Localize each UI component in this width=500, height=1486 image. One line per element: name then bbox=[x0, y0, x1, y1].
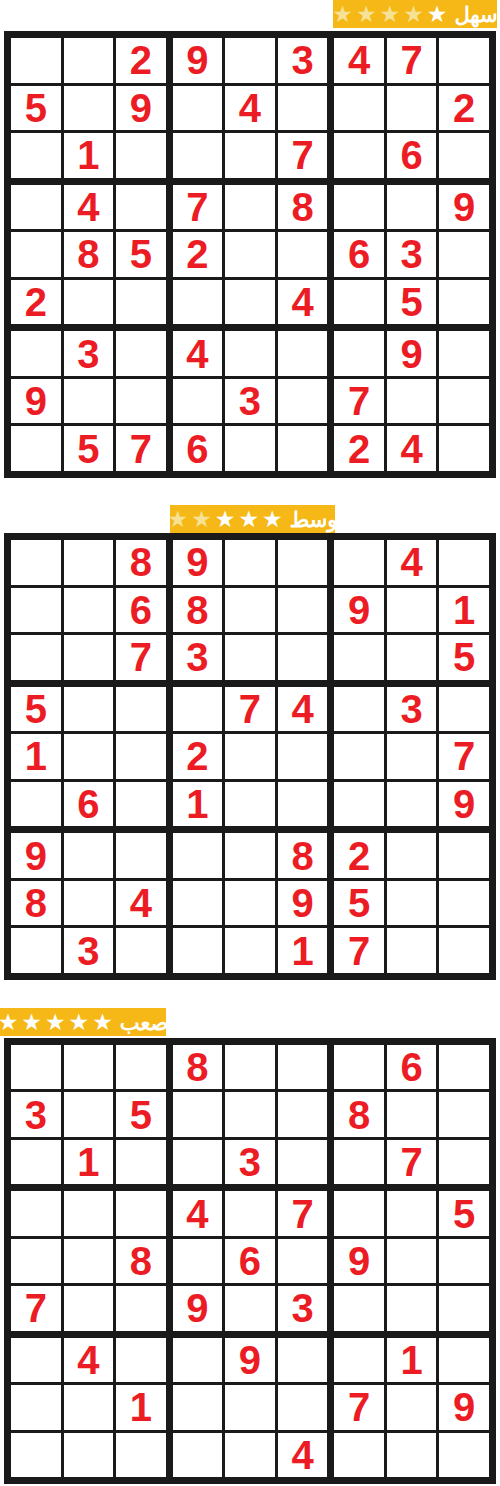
cell-r3c8: 6 bbox=[387, 133, 437, 178]
cell-r4c3[interactable] bbox=[116, 185, 166, 230]
cell-r8c3[interactable] bbox=[116, 379, 166, 424]
box-1-2: 983 bbox=[173, 540, 328, 680]
given-digit: 4 bbox=[186, 1194, 208, 1234]
cell-r2c4[interactable] bbox=[173, 86, 223, 131]
cell-r3c9[interactable] bbox=[439, 1140, 489, 1184]
cell-r3c7[interactable] bbox=[334, 133, 384, 178]
cell-r8c6[interactable] bbox=[278, 1385, 328, 1429]
given-digit: 4 bbox=[401, 429, 423, 469]
cell-r5c5[interactable] bbox=[225, 734, 275, 779]
cell-r8c4[interactable] bbox=[173, 881, 223, 926]
cell-r9c9[interactable] bbox=[439, 928, 489, 973]
box-2-1: 4852 bbox=[11, 185, 166, 325]
given-digit: 3 bbox=[401, 234, 423, 274]
cell-r6c5[interactable] bbox=[225, 280, 275, 325]
box-1-1: 867 bbox=[11, 540, 166, 680]
cell-r3c9[interactable] bbox=[439, 133, 489, 178]
cell-r7c7[interactable] bbox=[334, 331, 384, 376]
cell-r5c4: 2 bbox=[173, 232, 223, 277]
cell-r2c9: 1 bbox=[439, 588, 489, 633]
cell-r1c7[interactable] bbox=[334, 540, 384, 585]
cell-r8c9[interactable] bbox=[439, 379, 489, 424]
cell-r3c2[interactable] bbox=[64, 635, 114, 680]
cell-r2c5[interactable] bbox=[225, 1092, 275, 1136]
cell-r2c5[interactable] bbox=[225, 588, 275, 633]
cell-r7c2: 4 bbox=[64, 1338, 114, 1382]
cell-r3c9: 5 bbox=[439, 635, 489, 680]
cell-r7c6[interactable] bbox=[278, 331, 328, 376]
given-digit: 4 bbox=[291, 1435, 313, 1475]
given-digit: 9 bbox=[25, 381, 47, 421]
cell-r2c1: 3 bbox=[11, 1092, 61, 1136]
given-digit: 5 bbox=[130, 234, 152, 274]
cell-r8c4[interactable] bbox=[173, 379, 223, 424]
cell-r3c8: 7 bbox=[387, 1140, 437, 1184]
cell-r5c6[interactable] bbox=[278, 1239, 328, 1283]
cell-r5c2[interactable] bbox=[64, 734, 114, 779]
cell-r7c3[interactable] bbox=[116, 833, 166, 878]
cell-r4c4[interactable] bbox=[173, 687, 223, 732]
given-digit: 4 bbox=[77, 1340, 99, 1380]
given-digit: 3 bbox=[291, 1288, 313, 1328]
cell-r9c4[interactable] bbox=[173, 928, 223, 973]
cell-r7c5: 9 bbox=[225, 1338, 275, 1382]
box-2-3: 9635 bbox=[334, 185, 489, 325]
cell-r5c1[interactable] bbox=[11, 1239, 61, 1283]
given-digit: 1 bbox=[25, 736, 47, 776]
cell-r6c6[interactable] bbox=[278, 782, 328, 827]
cell-r7c6[interactable] bbox=[278, 1338, 328, 1382]
cell-r8c6[interactable] bbox=[278, 379, 328, 424]
cell-r8c1: 8 bbox=[11, 881, 61, 926]
star-icon: ★ bbox=[262, 508, 283, 531]
cell-r2c8[interactable] bbox=[387, 86, 437, 131]
cell-r2c9[interactable] bbox=[439, 1092, 489, 1136]
box-2-1: 87 bbox=[11, 1191, 166, 1330]
cell-r2c5: 4 bbox=[225, 86, 275, 131]
box-3-3: 179 bbox=[334, 1338, 489, 1477]
cell-r7c2[interactable] bbox=[64, 833, 114, 878]
cell-r3c1[interactable] bbox=[11, 1140, 61, 1184]
cell-r5c1[interactable] bbox=[11, 232, 61, 277]
cell-r4c1[interactable] bbox=[11, 185, 61, 230]
cell-r8c9[interactable] bbox=[439, 881, 489, 926]
cell-r5c8[interactable] bbox=[387, 1239, 437, 1283]
cell-r4c6: 4 bbox=[278, 687, 328, 732]
box-3-1: 9843 bbox=[11, 833, 166, 973]
box-2-2: 7824 bbox=[173, 185, 328, 325]
star-icon: ★ bbox=[168, 508, 189, 531]
cell-r4c5[interactable] bbox=[225, 185, 275, 230]
star-icon: ★ bbox=[403, 3, 424, 26]
cell-r2c8[interactable] bbox=[387, 588, 437, 633]
cell-r6c2: 6 bbox=[64, 782, 114, 827]
cell-r8c6: 9 bbox=[278, 881, 328, 926]
cell-r1c2[interactable] bbox=[64, 38, 114, 83]
box-3-2: 436 bbox=[173, 331, 328, 471]
cell-r8c8[interactable] bbox=[387, 881, 437, 926]
cell-r8c4[interactable] bbox=[173, 1385, 223, 1429]
cell-r8c5[interactable] bbox=[225, 1385, 275, 1429]
cell-r2c1[interactable] bbox=[11, 588, 61, 633]
cell-r1c2[interactable] bbox=[64, 540, 114, 585]
cell-r5c7: 9 bbox=[334, 1239, 384, 1283]
cell-r6c9[interactable] bbox=[439, 1286, 489, 1330]
given-digit: 1 bbox=[130, 1387, 152, 1427]
cell-r2c1: 5 bbox=[11, 86, 61, 131]
given-digit: 1 bbox=[291, 931, 313, 971]
star-icon: ★ bbox=[45, 1011, 66, 1034]
given-digit: 9 bbox=[291, 883, 313, 923]
cell-r8c7: 5 bbox=[334, 881, 384, 926]
cell-r1c4: 9 bbox=[173, 38, 223, 83]
box-3-3: 257 bbox=[334, 833, 489, 973]
cell-r6c7[interactable] bbox=[334, 280, 384, 325]
cell-r9c2[interactable] bbox=[64, 1433, 114, 1477]
cell-r9c3[interactable] bbox=[116, 1433, 166, 1477]
given-digit: 3 bbox=[291, 40, 313, 80]
cell-r5c9[interactable] bbox=[439, 1239, 489, 1283]
given-digit: 4 bbox=[77, 187, 99, 227]
given-digit: 7 bbox=[291, 1194, 313, 1234]
given-digit: 6 bbox=[130, 590, 152, 630]
cell-r5c6[interactable] bbox=[278, 232, 328, 277]
cell-r3c6[interactable] bbox=[278, 1140, 328, 1184]
cell-r3c3[interactable] bbox=[116, 133, 166, 178]
cell-r2c7: 8 bbox=[334, 1092, 384, 1136]
cell-r4c3[interactable] bbox=[116, 687, 166, 732]
sudoku-board-hard: 351836878747693594194179 bbox=[4, 1038, 496, 1484]
cell-r7c3[interactable] bbox=[116, 1338, 166, 1382]
cell-r9c5[interactable] bbox=[225, 426, 275, 471]
given-digit: 8 bbox=[348, 1095, 370, 1135]
cell-r1c3[interactable] bbox=[116, 1045, 166, 1089]
cell-r3c1[interactable] bbox=[11, 635, 61, 680]
difficulty-banner-hard: ★★★★★ صعب bbox=[0, 1008, 166, 1036]
cell-r4c8[interactable] bbox=[387, 185, 437, 230]
cell-r4c5: 7 bbox=[225, 687, 275, 732]
cell-r3c5[interactable] bbox=[225, 133, 275, 178]
cell-r1c7[interactable] bbox=[334, 1045, 384, 1089]
given-digit: 8 bbox=[130, 1241, 152, 1281]
difficulty-banner-easy: ★★★★★ سهل bbox=[333, 0, 497, 28]
cell-r1c5[interactable] bbox=[225, 38, 275, 83]
cell-r8c8[interactable] bbox=[387, 379, 437, 424]
cell-r5c8[interactable] bbox=[387, 734, 437, 779]
given-digit: 2 bbox=[25, 282, 47, 322]
given-digit: 7 bbox=[25, 1288, 47, 1328]
cell-r4c8: 3 bbox=[387, 687, 437, 732]
box-3-2: 94 bbox=[173, 1338, 328, 1477]
cell-r1c9[interactable] bbox=[439, 1045, 489, 1089]
given-digit: 2 bbox=[186, 234, 208, 274]
box-3-2: 891 bbox=[173, 833, 328, 973]
cell-r1c3: 8 bbox=[116, 540, 166, 585]
given-digit: 2 bbox=[130, 40, 152, 80]
cell-r1c8: 4 bbox=[387, 540, 437, 585]
cell-r4c7[interactable] bbox=[334, 687, 384, 732]
cell-r3c4[interactable] bbox=[173, 133, 223, 178]
given-digit: 7 bbox=[130, 637, 152, 677]
cell-r7c2: 3 bbox=[64, 331, 114, 376]
cell-r5c7[interactable] bbox=[334, 734, 384, 779]
cell-r7c5[interactable] bbox=[225, 833, 275, 878]
given-digit: 2 bbox=[453, 88, 475, 128]
cell-r7c1[interactable] bbox=[11, 331, 61, 376]
box-2-3: 379 bbox=[334, 687, 489, 827]
box-1-1: 2591 bbox=[11, 38, 166, 178]
given-digit: 9 bbox=[348, 590, 370, 630]
cell-r4c6: 7 bbox=[278, 1191, 328, 1235]
given-digit: 6 bbox=[401, 135, 423, 175]
cell-r2c7[interactable] bbox=[334, 86, 384, 131]
given-digit: 9 bbox=[186, 1288, 208, 1328]
cell-r6c4[interactable] bbox=[173, 280, 223, 325]
cell-r3c1[interactable] bbox=[11, 133, 61, 178]
cell-r9c8[interactable] bbox=[387, 928, 437, 973]
cell-r2c2[interactable] bbox=[64, 1092, 114, 1136]
cell-r6c8: 5 bbox=[387, 280, 437, 325]
cell-r5c2[interactable] bbox=[64, 1239, 114, 1283]
box-1-1: 351 bbox=[11, 1045, 166, 1184]
given-digit: 8 bbox=[25, 883, 47, 923]
cell-r2c6[interactable] bbox=[278, 1092, 328, 1136]
given-digit: 9 bbox=[348, 1241, 370, 1281]
cell-r2c2[interactable] bbox=[64, 588, 114, 633]
star-icon: ★ bbox=[215, 508, 236, 531]
cell-r5c5[interactable] bbox=[225, 232, 275, 277]
cell-r7c1[interactable] bbox=[11, 1338, 61, 1382]
given-digit: 6 bbox=[186, 429, 208, 469]
given-digit: 4 bbox=[186, 334, 208, 374]
cell-r5c4: 2 bbox=[173, 734, 223, 779]
cell-r9c3[interactable] bbox=[116, 928, 166, 973]
cell-r4c6: 8 bbox=[278, 185, 328, 230]
cell-r6c3[interactable] bbox=[116, 1286, 166, 1330]
cell-r4c2[interactable] bbox=[64, 687, 114, 732]
cell-r7c7: 2 bbox=[334, 833, 384, 878]
given-digit: 5 bbox=[77, 429, 99, 469]
given-digit: 8 bbox=[186, 590, 208, 630]
given-digit: 9 bbox=[401, 334, 423, 374]
cell-r4c2[interactable] bbox=[64, 1191, 114, 1235]
cell-r7c1: 9 bbox=[11, 833, 61, 878]
given-digit: 5 bbox=[130, 1095, 152, 1135]
cell-r1c6[interactable] bbox=[278, 1045, 328, 1089]
given-digit: 5 bbox=[453, 637, 475, 677]
cell-r4c7[interactable] bbox=[334, 1191, 384, 1235]
cell-r9c2: 5 bbox=[64, 426, 114, 471]
cell-r7c9[interactable] bbox=[439, 833, 489, 878]
cell-r9c7: 2 bbox=[334, 426, 384, 471]
given-digit: 8 bbox=[77, 234, 99, 274]
cell-r6c7[interactable] bbox=[334, 1286, 384, 1330]
cell-r9c1[interactable] bbox=[11, 426, 61, 471]
star-icon: ★ bbox=[356, 3, 377, 26]
cell-r8c5[interactable] bbox=[225, 881, 275, 926]
cell-r4c9: 9 bbox=[439, 185, 489, 230]
cell-r9c6[interactable] bbox=[278, 426, 328, 471]
cell-r7c9[interactable] bbox=[439, 331, 489, 376]
given-digit: 5 bbox=[453, 1194, 475, 1234]
cell-r8c2[interactable] bbox=[64, 379, 114, 424]
cell-r2c2[interactable] bbox=[64, 86, 114, 131]
cell-r7c8[interactable] bbox=[387, 833, 437, 878]
cell-r9c8[interactable] bbox=[387, 1433, 437, 1477]
cell-r1c1[interactable] bbox=[11, 38, 61, 83]
cell-r7c4: 4 bbox=[173, 331, 223, 376]
cell-r4c1[interactable] bbox=[11, 1191, 61, 1235]
cell-r6c5[interactable] bbox=[225, 782, 275, 827]
cell-r9c8: 4 bbox=[387, 426, 437, 471]
cell-r3c4[interactable] bbox=[173, 1140, 223, 1184]
cell-r5c9[interactable] bbox=[439, 232, 489, 277]
cell-r9c9[interactable] bbox=[439, 1433, 489, 1477]
cell-r1c1[interactable] bbox=[11, 540, 61, 585]
given-digit: 1 bbox=[77, 1142, 99, 1182]
given-digit: 6 bbox=[77, 784, 99, 824]
sudoku-board-medium: 867983491551674213799843891257 bbox=[4, 533, 496, 980]
given-digit: 4 bbox=[130, 883, 152, 923]
cell-r7c8: 9 bbox=[387, 331, 437, 376]
cell-r8c5: 3 bbox=[225, 379, 275, 424]
box-1-3: 687 bbox=[334, 1045, 489, 1184]
given-digit: 8 bbox=[186, 1047, 208, 1087]
given-digit: 1 bbox=[77, 135, 99, 175]
difficulty-label-medium: وسط bbox=[290, 509, 338, 530]
cell-r5c7: 6 bbox=[334, 232, 384, 277]
cell-r3c7[interactable] bbox=[334, 635, 384, 680]
star-rating-hard: ★★★★★ bbox=[0, 1011, 113, 1034]
cell-r6c9[interactable] bbox=[439, 280, 489, 325]
cell-r6c7[interactable] bbox=[334, 782, 384, 827]
cell-r6c2[interactable] bbox=[64, 1286, 114, 1330]
cell-r5c2: 8 bbox=[64, 232, 114, 277]
cell-r8c2[interactable] bbox=[64, 881, 114, 926]
cell-r5c6[interactable] bbox=[278, 734, 328, 779]
cell-r8c3: 1 bbox=[116, 1385, 166, 1429]
sudoku-board-easy: 25919347472648527824963539574369724 bbox=[4, 31, 496, 478]
cell-r7c7[interactable] bbox=[334, 1338, 384, 1382]
cell-r1c3: 2 bbox=[116, 38, 166, 83]
cell-r8c7: 7 bbox=[334, 1385, 384, 1429]
given-digit: 1 bbox=[453, 590, 475, 630]
cell-r1c1[interactable] bbox=[11, 1045, 61, 1089]
cell-r3c3[interactable] bbox=[116, 1140, 166, 1184]
cell-r6c3[interactable] bbox=[116, 782, 166, 827]
cell-r1c9[interactable] bbox=[439, 38, 489, 83]
cell-r3c5[interactable] bbox=[225, 635, 275, 680]
cell-r7c4[interactable] bbox=[173, 1338, 223, 1382]
cell-r1c2[interactable] bbox=[64, 1045, 114, 1089]
cell-r5c4[interactable] bbox=[173, 1239, 223, 1283]
cell-r7c9[interactable] bbox=[439, 1338, 489, 1382]
cell-r1c5[interactable] bbox=[225, 1045, 275, 1089]
cell-r1c5[interactable] bbox=[225, 540, 275, 585]
cell-r7c6: 8 bbox=[278, 833, 328, 878]
given-digit: 2 bbox=[348, 429, 370, 469]
cell-r5c3[interactable] bbox=[116, 734, 166, 779]
cell-r9c1[interactable] bbox=[11, 928, 61, 973]
cell-r6c8[interactable] bbox=[387, 782, 437, 827]
cell-r6c5[interactable] bbox=[225, 1286, 275, 1330]
cell-r6c2[interactable] bbox=[64, 280, 114, 325]
cell-r9c4[interactable] bbox=[173, 1433, 223, 1477]
cell-r9c7[interactable] bbox=[334, 1433, 384, 1477]
cell-r6c4: 9 bbox=[173, 1286, 223, 1330]
cell-r7c5[interactable] bbox=[225, 331, 275, 376]
cell-r2c8[interactable] bbox=[387, 1092, 437, 1136]
given-digit: 6 bbox=[239, 1241, 261, 1281]
given-digit: 8 bbox=[130, 542, 152, 582]
cell-r7c4[interactable] bbox=[173, 833, 223, 878]
cell-r3c2: 1 bbox=[64, 1140, 114, 1184]
given-digit: 3 bbox=[25, 1095, 47, 1135]
cell-r9c1[interactable] bbox=[11, 1433, 61, 1477]
cell-r1c6[interactable] bbox=[278, 540, 328, 585]
cell-r5c3: 8 bbox=[116, 1239, 166, 1283]
box-3-1: 41 bbox=[11, 1338, 166, 1477]
cell-r3c6[interactable] bbox=[278, 635, 328, 680]
cell-r4c1: 5 bbox=[11, 687, 61, 732]
cell-r3c8[interactable] bbox=[387, 635, 437, 680]
cell-r4c3[interactable] bbox=[116, 1191, 166, 1235]
cell-r2c4[interactable] bbox=[173, 1092, 223, 1136]
cell-r2c3: 5 bbox=[116, 1092, 166, 1136]
difficulty-banner-medium: ★★★★★ وسط bbox=[170, 505, 335, 533]
cell-r9c5[interactable] bbox=[225, 1433, 275, 1477]
given-digit: 3 bbox=[239, 381, 261, 421]
cell-r2c6[interactable] bbox=[278, 588, 328, 633]
star-icon: ★ bbox=[427, 3, 448, 26]
cell-r9c9[interactable] bbox=[439, 426, 489, 471]
box-1-2: 9347 bbox=[173, 38, 328, 178]
cell-r6c1[interactable] bbox=[11, 782, 61, 827]
cell-r6c1: 2 bbox=[11, 280, 61, 325]
cell-r6c6: 3 bbox=[278, 1286, 328, 1330]
given-digit: 9 bbox=[186, 542, 208, 582]
cell-r4c5[interactable] bbox=[225, 1191, 275, 1235]
cell-r3c7[interactable] bbox=[334, 1140, 384, 1184]
cell-r4c8[interactable] bbox=[387, 1191, 437, 1235]
given-digit: 9 bbox=[130, 88, 152, 128]
given-digit: 7 bbox=[401, 40, 423, 80]
cell-r4c9[interactable] bbox=[439, 687, 489, 732]
cell-r2c6[interactable] bbox=[278, 86, 328, 131]
cell-r5c8: 3 bbox=[387, 232, 437, 277]
given-digit: 4 bbox=[239, 88, 261, 128]
given-digit: 7 bbox=[291, 135, 313, 175]
cell-r8c8[interactable] bbox=[387, 1385, 437, 1429]
star-icon: ★ bbox=[191, 508, 212, 531]
cell-r9c5[interactable] bbox=[225, 928, 275, 973]
given-digit: 9 bbox=[239, 1340, 261, 1380]
cell-r6c8[interactable] bbox=[387, 1286, 437, 1330]
cell-r6c3[interactable] bbox=[116, 280, 166, 325]
cell-r4c7[interactable] bbox=[334, 185, 384, 230]
box-2-1: 516 bbox=[11, 687, 166, 827]
given-digit: 2 bbox=[348, 836, 370, 876]
given-digit: 3 bbox=[239, 1142, 261, 1182]
given-digit: 4 bbox=[291, 282, 313, 322]
cell-r1c9[interactable] bbox=[439, 540, 489, 585]
cell-r7c3[interactable] bbox=[116, 331, 166, 376]
star-icon: ★ bbox=[332, 3, 353, 26]
cell-r8c2[interactable] bbox=[64, 1385, 114, 1429]
box-3-1: 3957 bbox=[11, 331, 166, 471]
cell-r8c1[interactable] bbox=[11, 1385, 61, 1429]
given-digit: 7 bbox=[130, 429, 152, 469]
